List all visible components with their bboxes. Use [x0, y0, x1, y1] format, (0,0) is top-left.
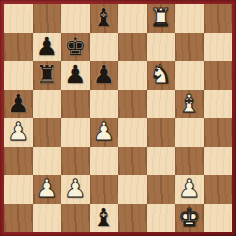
square-b5[interactable] [33, 90, 62, 119]
square-a1[interactable] [4, 204, 33, 233]
piece-white-pawn[interactable]: ♟ [64, 175, 86, 203]
square-h6[interactable] [204, 61, 233, 90]
square-c6[interactable]: ♟ [61, 61, 90, 90]
chess-board: ♝♜♟♚♜♟♟♞♟♝♟♟♟♟♟♝♚ [4, 4, 232, 232]
square-a2[interactable] [4, 175, 33, 204]
square-e8[interactable] [118, 4, 147, 33]
square-c1[interactable] [61, 204, 90, 233]
square-d8[interactable]: ♝ [90, 4, 119, 33]
square-h3[interactable] [204, 147, 233, 176]
piece-white-pawn[interactable]: ♟ [7, 118, 29, 146]
square-h1[interactable] [204, 204, 233, 233]
square-g2[interactable]: ♟ [175, 175, 204, 204]
square-c3[interactable] [61, 147, 90, 176]
piece-black-bishop[interactable]: ♝ [93, 204, 115, 232]
piece-white-rook[interactable]: ♜ [150, 4, 172, 32]
square-g1[interactable]: ♚ [175, 204, 204, 233]
square-d3[interactable] [90, 147, 119, 176]
square-h8[interactable] [204, 4, 233, 33]
square-g3[interactable] [175, 147, 204, 176]
square-g4[interactable] [175, 118, 204, 147]
square-d1[interactable]: ♝ [90, 204, 119, 233]
square-e3[interactable] [118, 147, 147, 176]
square-g6[interactable] [175, 61, 204, 90]
piece-black-rook[interactable]: ♜ [36, 61, 58, 89]
square-a4[interactable]: ♟ [4, 118, 33, 147]
square-d7[interactable] [90, 33, 119, 62]
square-a3[interactable] [4, 147, 33, 176]
square-b8[interactable] [33, 4, 62, 33]
piece-black-pawn[interactable]: ♟ [36, 33, 58, 61]
square-f8[interactable]: ♜ [147, 4, 176, 33]
piece-black-pawn[interactable]: ♟ [93, 61, 115, 89]
square-e5[interactable] [118, 90, 147, 119]
square-b3[interactable] [33, 147, 62, 176]
piece-white-bishop[interactable]: ♝ [178, 90, 200, 118]
piece-white-king[interactable]: ♚ [178, 204, 200, 232]
square-g8[interactable] [175, 4, 204, 33]
square-f3[interactable] [147, 147, 176, 176]
square-e7[interactable] [118, 33, 147, 62]
square-g5[interactable]: ♝ [175, 90, 204, 119]
square-f1[interactable] [147, 204, 176, 233]
square-c7[interactable]: ♚ [61, 33, 90, 62]
piece-black-pawn[interactable]: ♟ [7, 90, 29, 118]
piece-white-pawn[interactable]: ♟ [178, 175, 200, 203]
square-h4[interactable] [204, 118, 233, 147]
square-g7[interactable] [175, 33, 204, 62]
square-f6[interactable]: ♞ [147, 61, 176, 90]
square-h5[interactable] [204, 90, 233, 119]
square-c5[interactable] [61, 90, 90, 119]
square-f2[interactable] [147, 175, 176, 204]
piece-black-pawn[interactable]: ♟ [64, 61, 86, 89]
square-c8[interactable] [61, 4, 90, 33]
square-e2[interactable] [118, 175, 147, 204]
square-h2[interactable] [204, 175, 233, 204]
piece-white-pawn[interactable]: ♟ [93, 118, 115, 146]
square-d2[interactable] [90, 175, 119, 204]
chess-board-frame: ♝♜♟♚♜♟♟♞♟♝♟♟♟♟♟♝♚ [0, 0, 236, 236]
square-d6[interactable]: ♟ [90, 61, 119, 90]
square-f5[interactable] [147, 90, 176, 119]
square-c4[interactable] [61, 118, 90, 147]
piece-black-bishop[interactable]: ♝ [93, 4, 115, 32]
square-e4[interactable] [118, 118, 147, 147]
square-a5[interactable]: ♟ [4, 90, 33, 119]
square-b1[interactable] [33, 204, 62, 233]
square-b7[interactable]: ♟ [33, 33, 62, 62]
square-a6[interactable] [4, 61, 33, 90]
square-a8[interactable] [4, 4, 33, 33]
square-h7[interactable] [204, 33, 233, 62]
piece-black-king[interactable]: ♚ [64, 33, 86, 61]
square-a7[interactable] [4, 33, 33, 62]
square-b2[interactable]: ♟ [33, 175, 62, 204]
square-d5[interactable] [90, 90, 119, 119]
square-c2[interactable]: ♟ [61, 175, 90, 204]
square-b6[interactable]: ♜ [33, 61, 62, 90]
square-e1[interactable] [118, 204, 147, 233]
square-f4[interactable] [147, 118, 176, 147]
piece-white-pawn[interactable]: ♟ [36, 175, 58, 203]
square-d4[interactable]: ♟ [90, 118, 119, 147]
piece-white-knight[interactable]: ♞ [150, 61, 172, 89]
square-f7[interactable] [147, 33, 176, 62]
square-b4[interactable] [33, 118, 62, 147]
square-e6[interactable] [118, 61, 147, 90]
